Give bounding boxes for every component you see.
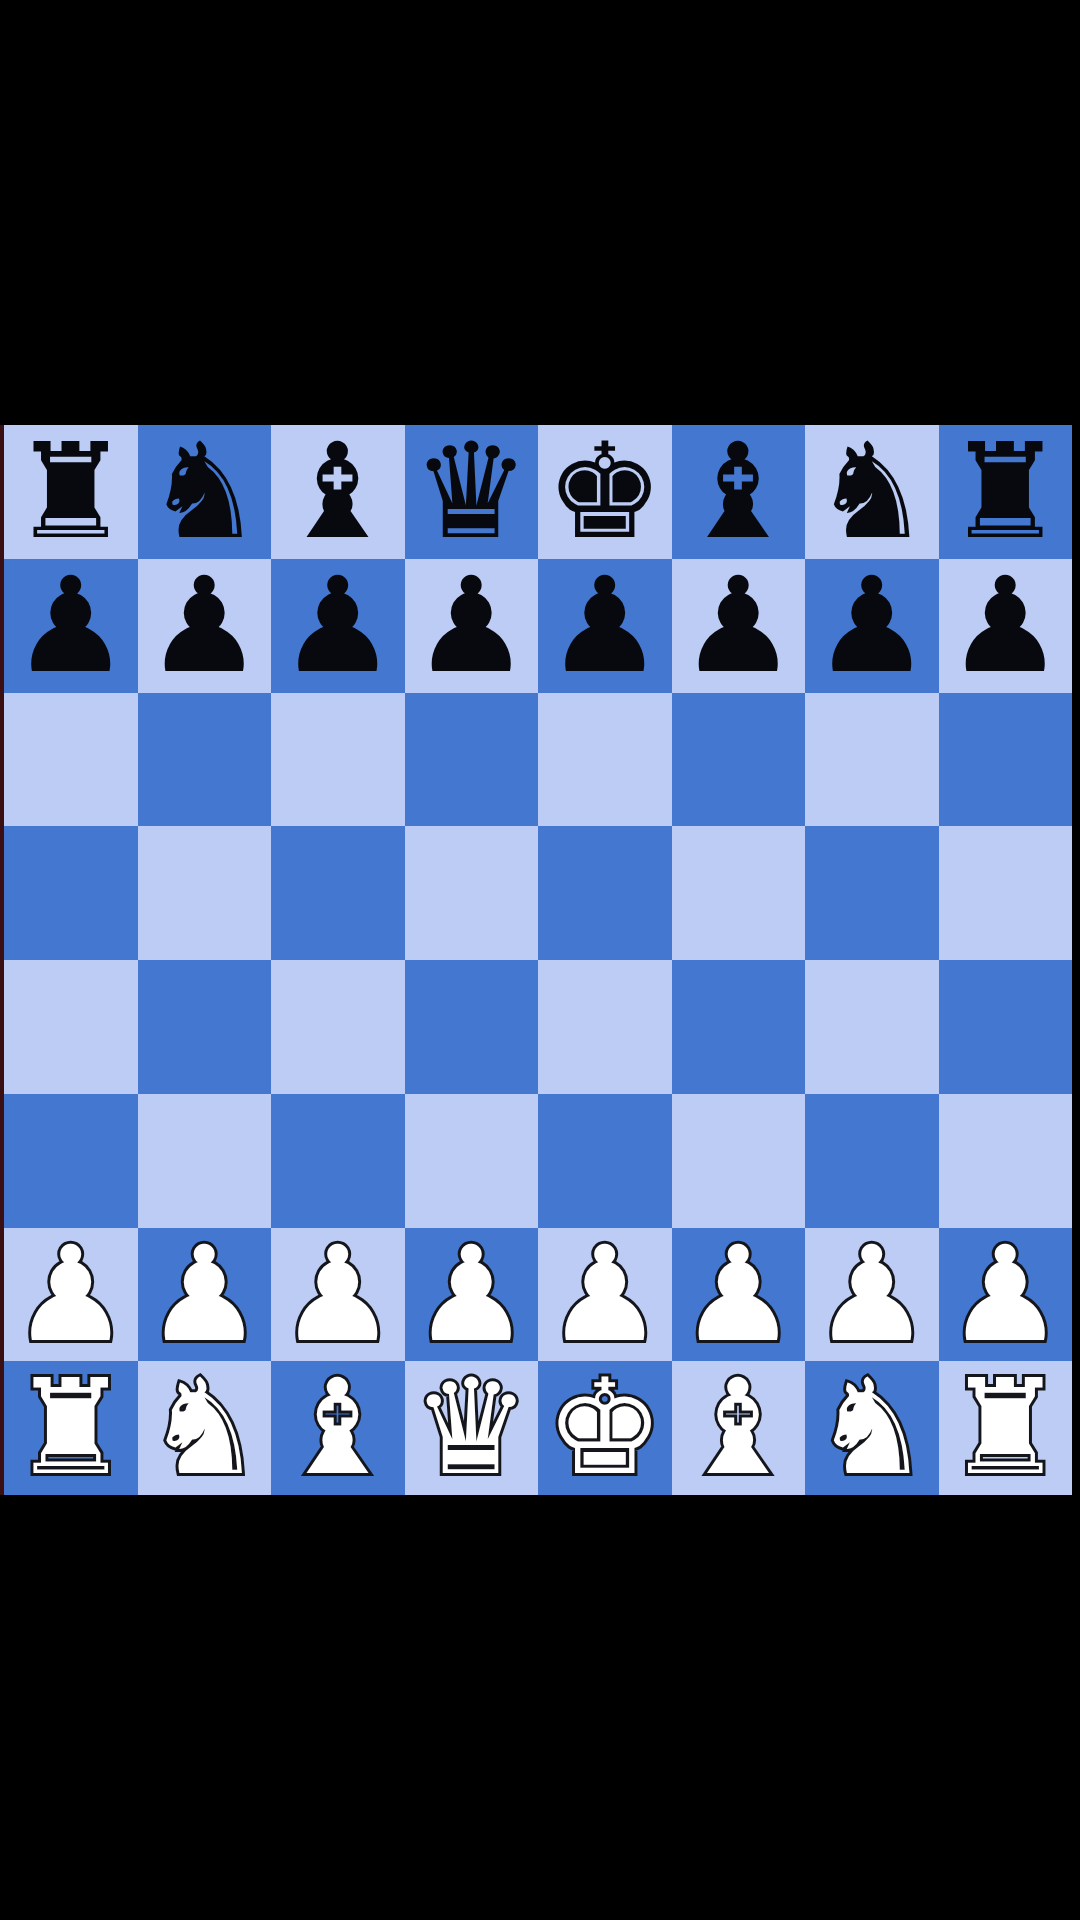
square-f7[interactable]: ♟ (672, 559, 806, 693)
piece-black-knight[interactable]: ♞ (805, 425, 939, 559)
square-d4[interactable] (405, 960, 539, 1094)
piece-black-bishop[interactable]: ♝ (672, 425, 806, 559)
square-e5[interactable] (538, 826, 672, 960)
square-f4[interactable] (672, 960, 806, 1094)
square-b5[interactable] (138, 826, 272, 960)
square-c5[interactable] (271, 826, 405, 960)
square-e3[interactable] (538, 1094, 672, 1228)
piece-white-rook[interactable]: ♜ (4, 1361, 138, 1495)
square-c3[interactable] (271, 1094, 405, 1228)
chess-board: ♜♞♝♛♚♝♞♜♟♟♟♟♟♟♟♟♟♟♟♟♟♟♟♟♜♞♝♛♚♝♞♜ (4, 425, 1072, 1495)
square-c4[interactable] (271, 960, 405, 1094)
piece-black-knight[interactable]: ♞ (138, 425, 272, 559)
piece-white-queen[interactable]: ♛ (405, 1361, 539, 1495)
letterbox-bottom (0, 1495, 1080, 1920)
square-e6[interactable] (538, 693, 672, 827)
piece-black-king[interactable]: ♚ (538, 425, 672, 559)
square-e4[interactable] (538, 960, 672, 1094)
square-g8[interactable]: ♞ (805, 425, 939, 559)
square-b3[interactable] (138, 1094, 272, 1228)
square-a2[interactable]: ♟ (4, 1228, 138, 1362)
square-b6[interactable] (138, 693, 272, 827)
piece-black-pawn[interactable]: ♟ (405, 559, 539, 693)
piece-black-pawn[interactable]: ♟ (805, 559, 939, 693)
square-a1[interactable]: ♜ (4, 1361, 138, 1495)
piece-black-pawn[interactable]: ♟ (271, 559, 405, 693)
square-f8[interactable]: ♝ (672, 425, 806, 559)
piece-black-bishop[interactable]: ♝ (271, 425, 405, 559)
piece-white-king[interactable]: ♚ (538, 1361, 672, 1495)
piece-black-pawn[interactable]: ♟ (4, 559, 138, 693)
piece-white-pawn[interactable]: ♟ (672, 1228, 806, 1362)
square-b4[interactable] (138, 960, 272, 1094)
piece-white-pawn[interactable]: ♟ (138, 1228, 272, 1362)
square-d3[interactable] (405, 1094, 539, 1228)
piece-black-pawn[interactable]: ♟ (939, 559, 1073, 693)
letterbox-top (0, 0, 1080, 425)
square-h8[interactable]: ♜ (939, 425, 1073, 559)
square-b8[interactable]: ♞ (138, 425, 272, 559)
piece-black-queen[interactable]: ♛ (405, 425, 539, 559)
square-h7[interactable]: ♟ (939, 559, 1073, 693)
square-g4[interactable] (805, 960, 939, 1094)
square-h6[interactable] (939, 693, 1073, 827)
chess-board-area: ♜♞♝♛♚♝♞♜♟♟♟♟♟♟♟♟♟♟♟♟♟♟♟♟♜♞♝♛♚♝♞♜ (0, 425, 1080, 1495)
piece-black-pawn[interactable]: ♟ (672, 559, 806, 693)
piece-black-rook[interactable]: ♜ (939, 425, 1073, 559)
square-f5[interactable] (672, 826, 806, 960)
square-g5[interactable] (805, 826, 939, 960)
square-e8[interactable]: ♚ (538, 425, 672, 559)
square-d6[interactable] (405, 693, 539, 827)
piece-white-pawn[interactable]: ♟ (4, 1228, 138, 1362)
piece-white-pawn[interactable]: ♟ (405, 1228, 539, 1362)
square-a7[interactable]: ♟ (4, 559, 138, 693)
square-h2[interactable]: ♟ (939, 1228, 1073, 1362)
piece-white-pawn[interactable]: ♟ (805, 1228, 939, 1362)
square-h5[interactable] (939, 826, 1073, 960)
piece-white-knight[interactable]: ♞ (138, 1361, 272, 1495)
piece-white-pawn[interactable]: ♟ (271, 1228, 405, 1362)
piece-black-pawn[interactable]: ♟ (138, 559, 272, 693)
piece-black-rook[interactable]: ♜ (4, 425, 138, 559)
square-b2[interactable]: ♟ (138, 1228, 272, 1362)
square-d2[interactable]: ♟ (405, 1228, 539, 1362)
square-f3[interactable] (672, 1094, 806, 1228)
square-d5[interactable] (405, 826, 539, 960)
piece-white-pawn[interactable]: ♟ (939, 1228, 1073, 1362)
square-g1[interactable]: ♞ (805, 1361, 939, 1495)
square-h4[interactable] (939, 960, 1073, 1094)
square-d7[interactable]: ♟ (405, 559, 539, 693)
square-c2[interactable]: ♟ (271, 1228, 405, 1362)
square-a4[interactable] (4, 960, 138, 1094)
square-f1[interactable]: ♝ (672, 1361, 806, 1495)
square-c1[interactable]: ♝ (271, 1361, 405, 1495)
piece-white-rook[interactable]: ♜ (939, 1361, 1073, 1495)
square-d8[interactable]: ♛ (405, 425, 539, 559)
square-h1[interactable]: ♜ (939, 1361, 1073, 1495)
square-f6[interactable] (672, 693, 806, 827)
piece-black-pawn[interactable]: ♟ (538, 559, 672, 693)
square-b7[interactable]: ♟ (138, 559, 272, 693)
square-c6[interactable] (271, 693, 405, 827)
square-f2[interactable]: ♟ (672, 1228, 806, 1362)
square-a3[interactable] (4, 1094, 138, 1228)
square-e1[interactable]: ♚ (538, 1361, 672, 1495)
piece-white-pawn[interactable]: ♟ (538, 1228, 672, 1362)
piece-white-knight[interactable]: ♞ (805, 1361, 939, 1495)
square-d1[interactable]: ♛ (405, 1361, 539, 1495)
square-b1[interactable]: ♞ (138, 1361, 272, 1495)
square-e7[interactable]: ♟ (538, 559, 672, 693)
square-g3[interactable] (805, 1094, 939, 1228)
square-a6[interactable] (4, 693, 138, 827)
square-g6[interactable] (805, 693, 939, 827)
square-e2[interactable]: ♟ (538, 1228, 672, 1362)
square-g7[interactable]: ♟ (805, 559, 939, 693)
piece-white-bishop[interactable]: ♝ (672, 1361, 806, 1495)
piece-white-bishop[interactable]: ♝ (271, 1361, 405, 1495)
square-h3[interactable] (939, 1094, 1073, 1228)
square-a5[interactable] (4, 826, 138, 960)
square-c7[interactable]: ♟ (271, 559, 405, 693)
phone-screen: ♜♞♝♛♚♝♞♜♟♟♟♟♟♟♟♟♟♟♟♟♟♟♟♟♜♞♝♛♚♝♞♜ (0, 0, 1080, 1920)
square-g2[interactable]: ♟ (805, 1228, 939, 1362)
square-a8[interactable]: ♜ (4, 425, 138, 559)
square-c8[interactable]: ♝ (271, 425, 405, 559)
